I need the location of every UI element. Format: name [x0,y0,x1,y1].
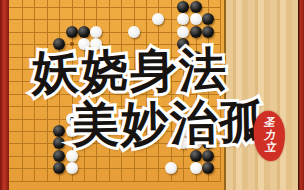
seal-char-1: 圣 [263,116,274,129]
white-stone [190,162,202,174]
thumbnail-stage: ······· ······· 妖娆身法 妖娆身法 美妙治孤 美妙治孤 圣 力 … [0,0,304,190]
black-stone [202,150,214,162]
watermark-bottom: ······· [172,182,197,188]
black-stone [177,1,189,13]
title-line-2: 美妙治孤 美妙治孤 [72,97,269,147]
seal-char-3: 立 [265,142,276,155]
black-stone [202,13,214,25]
black-stone [190,1,202,13]
black-stone [53,150,65,162]
black-stone [66,26,78,38]
black-stone [202,26,214,38]
white-stone [177,26,189,38]
black-stone [53,125,65,137]
black-stone [53,162,65,174]
white-stone [90,26,102,38]
left-red-frame-bar [0,0,9,190]
right-red-frame-bar [298,0,304,190]
black-stone [53,137,65,149]
black-stone [202,162,214,174]
white-stone [128,26,140,38]
white-stone [165,162,177,174]
black-stone [190,150,202,162]
title-line-2-text: 美妙治孤 [72,93,269,151]
white-stone [152,13,164,25]
title-line-1: 妖娆身法 妖娆身法 [32,45,229,95]
white-stone [66,162,78,174]
watermark-top: ······· [56,0,81,5]
black-stone [78,26,90,38]
white-stone [177,13,189,25]
title-line-1-text: 妖娆身法 [32,41,229,99]
white-stone [190,13,202,25]
grid-line-vertical [22,0,23,182]
black-stone [190,26,202,38]
